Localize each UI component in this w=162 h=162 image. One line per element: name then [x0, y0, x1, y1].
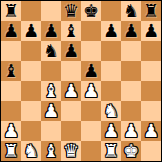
- square-e4[interactable]: ♟: [81, 81, 101, 101]
- square-g5[interactable]: [121, 61, 141, 81]
- white-pawn[interactable]: ♟: [63, 81, 79, 101]
- white-bishop[interactable]: ♝: [43, 141, 59, 161]
- square-a2[interactable]: ♟: [1, 121, 21, 141]
- square-e6[interactable]: [81, 41, 101, 61]
- square-h8[interactable]: ♜: [141, 1, 161, 21]
- black-king[interactable]: ♚: [83, 1, 99, 21]
- square-a4[interactable]: [1, 81, 21, 101]
- chess-board-container: ♜♛♚♞♜♟♟♟♝♟♟♟♞♟♝♟♝♟♟♟♞♟♟♟♟♜♞♝♛♜♚: [0, 0, 162, 162]
- white-king[interactable]: ♚: [123, 141, 139, 161]
- black-pawn[interactable]: ♟: [103, 21, 119, 41]
- square-b5[interactable]: [21, 61, 41, 81]
- square-h1[interactable]: [141, 141, 161, 161]
- square-b4[interactable]: [21, 81, 41, 101]
- square-d1[interactable]: ♛: [61, 141, 81, 161]
- square-e5[interactable]: ♟: [81, 61, 101, 81]
- square-f1[interactable]: ♜: [101, 141, 121, 161]
- square-b3[interactable]: [21, 101, 41, 121]
- white-pawn[interactable]: ♟: [143, 121, 159, 141]
- square-b7[interactable]: ♟: [21, 21, 41, 41]
- square-b1[interactable]: ♞: [21, 141, 41, 161]
- square-e7[interactable]: [81, 21, 101, 41]
- white-pawn[interactable]: ♟: [3, 121, 19, 141]
- square-g7[interactable]: ♟: [121, 21, 141, 41]
- square-a8[interactable]: ♜: [1, 1, 21, 21]
- black-pawn[interactable]: ♟: [143, 21, 159, 41]
- black-pawn[interactable]: ♟: [23, 21, 39, 41]
- black-pawn[interactable]: ♟: [3, 21, 19, 41]
- square-d2[interactable]: [61, 121, 81, 141]
- square-h5[interactable]: [141, 61, 161, 81]
- square-e2[interactable]: [81, 121, 101, 141]
- white-pawn[interactable]: ♟: [83, 81, 99, 101]
- square-c2[interactable]: [41, 121, 61, 141]
- white-rook[interactable]: ♜: [3, 141, 19, 161]
- square-f3[interactable]: ♞: [101, 101, 121, 121]
- white-rook[interactable]: ♜: [103, 141, 119, 161]
- black-knight[interactable]: ♞: [43, 41, 59, 61]
- black-queen[interactable]: ♛: [63, 1, 79, 21]
- square-c6[interactable]: ♞: [41, 41, 61, 61]
- square-f5[interactable]: [101, 61, 121, 81]
- square-d6[interactable]: ♟: [61, 41, 81, 61]
- square-c8[interactable]: [41, 1, 61, 21]
- square-a1[interactable]: ♜: [1, 141, 21, 161]
- square-f7[interactable]: ♟: [101, 21, 121, 41]
- square-c5[interactable]: [41, 61, 61, 81]
- black-rook[interactable]: ♜: [143, 1, 159, 21]
- square-e3[interactable]: [81, 101, 101, 121]
- square-b2[interactable]: [21, 121, 41, 141]
- square-f6[interactable]: [101, 41, 121, 61]
- square-c1[interactable]: ♝: [41, 141, 61, 161]
- square-e8[interactable]: ♚: [81, 1, 101, 21]
- square-h6[interactable]: [141, 41, 161, 61]
- square-d7[interactable]: ♝: [61, 21, 81, 41]
- white-bishop[interactable]: ♝: [43, 81, 59, 101]
- square-g2[interactable]: ♟: [121, 121, 141, 141]
- square-c4[interactable]: ♝: [41, 81, 61, 101]
- square-d8[interactable]: ♛: [61, 1, 81, 21]
- square-d5[interactable]: [61, 61, 81, 81]
- square-a5[interactable]: ♝: [1, 61, 21, 81]
- black-pawn[interactable]: ♟: [43, 21, 59, 41]
- black-bishop[interactable]: ♝: [3, 61, 19, 81]
- square-f8[interactable]: [101, 1, 121, 21]
- square-g3[interactable]: [121, 101, 141, 121]
- square-g4[interactable]: [121, 81, 141, 101]
- square-b6[interactable]: [21, 41, 41, 61]
- white-knight[interactable]: ♞: [103, 101, 119, 121]
- square-a3[interactable]: [1, 101, 21, 121]
- black-rook[interactable]: ♜: [3, 1, 19, 21]
- square-b8[interactable]: [21, 1, 41, 21]
- square-c3[interactable]: ♟: [41, 101, 61, 121]
- black-knight[interactable]: ♞: [123, 1, 139, 21]
- square-g8[interactable]: ♞: [121, 1, 141, 21]
- white-pawn[interactable]: ♟: [43, 101, 59, 121]
- black-pawn[interactable]: ♟: [123, 21, 139, 41]
- square-e1[interactable]: [81, 141, 101, 161]
- black-bishop[interactable]: ♝: [63, 21, 79, 41]
- square-d3[interactable]: [61, 101, 81, 121]
- square-a7[interactable]: ♟: [1, 21, 21, 41]
- square-g6[interactable]: [121, 41, 141, 61]
- square-h4[interactable]: [141, 81, 161, 101]
- square-f2[interactable]: ♟: [101, 121, 121, 141]
- square-a6[interactable]: [1, 41, 21, 61]
- square-f4[interactable]: [101, 81, 121, 101]
- black-pawn[interactable]: ♟: [83, 61, 99, 81]
- chess-board: ♜♛♚♞♜♟♟♟♝♟♟♟♞♟♝♟♝♟♟♟♞♟♟♟♟♜♞♝♛♜♚: [0, 0, 162, 162]
- black-pawn[interactable]: ♟: [63, 41, 79, 61]
- white-pawn[interactable]: ♟: [103, 121, 119, 141]
- square-g1[interactable]: ♚: [121, 141, 141, 161]
- square-h2[interactable]: ♟: [141, 121, 161, 141]
- square-d4[interactable]: ♟: [61, 81, 81, 101]
- square-h3[interactable]: [141, 101, 161, 121]
- white-pawn[interactable]: ♟: [123, 121, 139, 141]
- square-h7[interactable]: ♟: [141, 21, 161, 41]
- white-queen[interactable]: ♛: [63, 141, 79, 161]
- square-c7[interactable]: ♟: [41, 21, 61, 41]
- white-knight[interactable]: ♞: [23, 141, 39, 161]
